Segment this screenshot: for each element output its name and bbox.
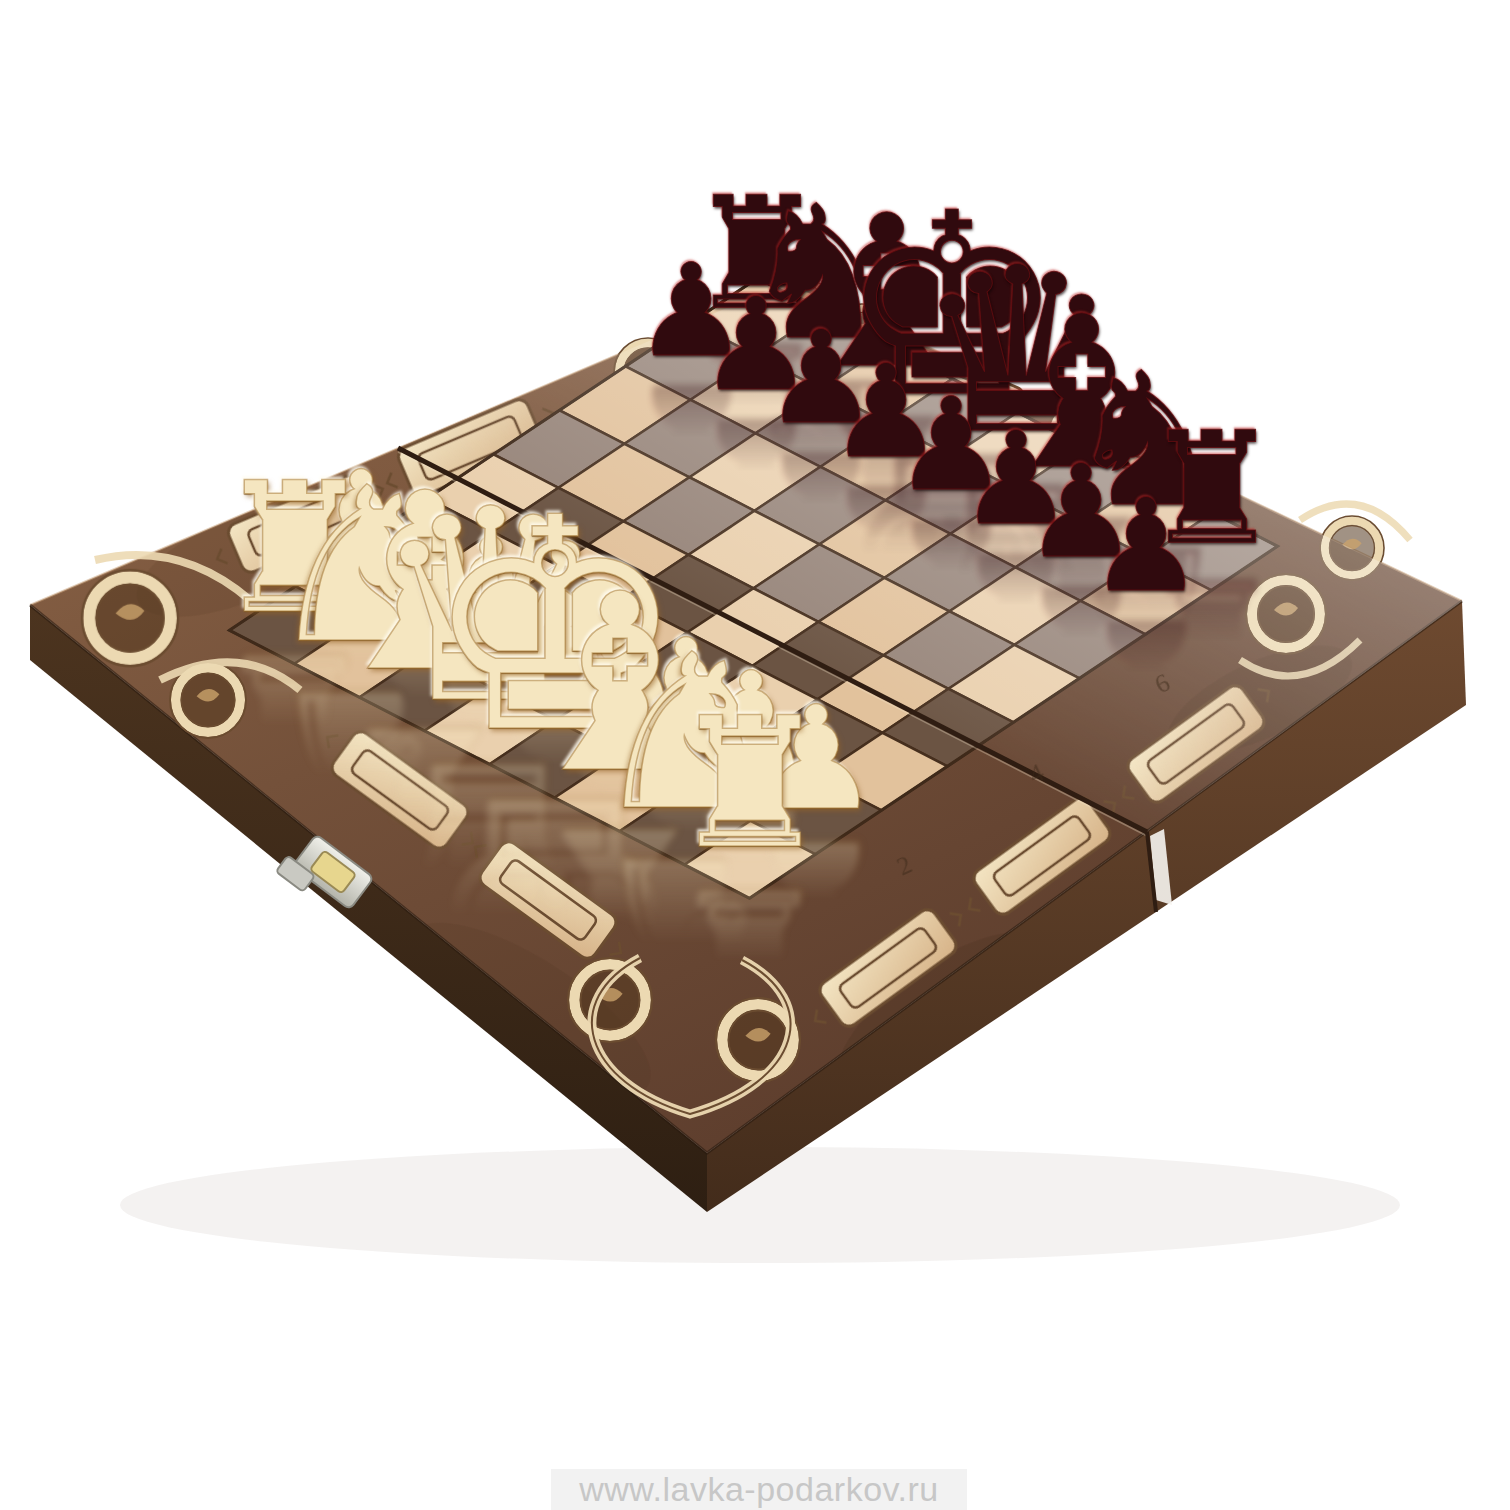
reflection-rook: ♜ [669, 863, 830, 1043]
watermark: www.lavka-podarkov.ru [551, 1469, 967, 1510]
glyph-rook: ♜ [669, 694, 830, 874]
product-photo: 246 ♜♜♞♞♝♝♚♚♛♛♝♝♞♞♜♜♟♟♟♟♟♟♟♟♟♟♟♟♟♟♟♟♟♟♟♟… [0, 0, 1510, 1510]
glyph-pawn: ♟ [1089, 482, 1204, 610]
watermark-text: www.lavka-podarkov.ru [579, 1470, 938, 1509]
reflection-pawn: ♟ [1089, 602, 1204, 730]
pieces-layer: ♜♜♞♞♝♝♚♚♛♛♝♝♞♞♜♜♟♟♟♟♟♟♟♟♟♟♟♟♟♟♟♟♟♟♟♟♟♟♟♟… [0, 0, 1510, 1510]
